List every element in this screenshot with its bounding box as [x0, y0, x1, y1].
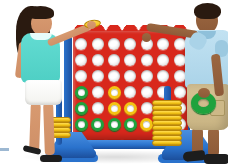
- empty-hole: [75, 38, 87, 50]
- empty-hole: [92, 102, 104, 114]
- girl-shorts: [25, 80, 62, 105]
- right-ring-stack: [152, 98, 182, 146]
- cell-r3c3[interactable]: [106, 68, 122, 84]
- green-disc: [75, 86, 88, 99]
- scene: [0, 0, 228, 168]
- cell-r4c3[interactable]: [106, 84, 122, 100]
- empty-hole: [124, 38, 136, 50]
- empty-hole: [174, 54, 186, 66]
- empty-hole: [108, 38, 120, 50]
- cell-r4c4[interactable]: [122, 84, 138, 100]
- yellow-disc: [124, 102, 137, 115]
- empty-hole: [174, 70, 186, 82]
- empty-hole: [141, 54, 153, 66]
- empty-hole: [124, 86, 136, 98]
- empty-hole: [157, 54, 169, 66]
- cell-r3c4[interactable]: [122, 68, 138, 84]
- girl-hand: [87, 21, 96, 29]
- girl-sandal: [40, 155, 62, 162]
- cell-r5c4[interactable]: [122, 100, 138, 116]
- empty-hole: [157, 70, 169, 82]
- empty-hole: [75, 70, 87, 82]
- girl-hair-top: [27, 6, 54, 19]
- cell-r6c2[interactable]: [89, 116, 105, 132]
- cell-r2c3[interactable]: [106, 52, 122, 68]
- cell-r3c6[interactable]: [155, 68, 171, 84]
- cell-r1c1[interactable]: [73, 36, 89, 52]
- cell-r6c4[interactable]: [122, 116, 138, 132]
- empty-hole: [124, 54, 136, 66]
- cell-r2c2[interactable]: [89, 52, 105, 68]
- cell-r1c4[interactable]: [122, 36, 138, 52]
- cell-r2c5[interactable]: [139, 52, 155, 68]
- empty-hole: [141, 70, 153, 82]
- yellow-spare-ring[interactable]: [152, 140, 182, 146]
- yellow-disc: [108, 86, 121, 99]
- cell-r5c3[interactable]: [106, 100, 122, 116]
- boy-hair: [194, 3, 221, 19]
- green-disc: [75, 102, 88, 115]
- empty-hole: [124, 70, 136, 82]
- photo-edge-artifact: [0, 148, 9, 151]
- cell-r5c1[interactable]: [73, 100, 89, 116]
- cell-r5c2[interactable]: [89, 100, 105, 116]
- empty-hole: [108, 70, 120, 82]
- cell-r4c2[interactable]: [89, 84, 105, 100]
- green-disc: [75, 118, 88, 131]
- empty-hole: [92, 86, 104, 98]
- empty-hole: [174, 38, 186, 50]
- cell-r2c4[interactable]: [122, 52, 138, 68]
- cell-r3c2[interactable]: [89, 68, 105, 84]
- boy-front-leg: [208, 128, 219, 156]
- cell-r3c5[interactable]: [139, 68, 155, 84]
- cell-r2c6[interactable]: [155, 52, 171, 68]
- cell-r1c2[interactable]: [89, 36, 105, 52]
- empty-hole: [141, 86, 153, 98]
- yellow-disc: [108, 102, 121, 115]
- cell-r1c3[interactable]: [106, 36, 122, 52]
- empty-hole: [92, 70, 104, 82]
- boy-hand-holding-ring: [198, 88, 210, 98]
- empty-hole: [108, 54, 120, 66]
- empty-hole: [75, 54, 87, 66]
- green-disc: [108, 118, 121, 131]
- cell-r3c1[interactable]: [73, 68, 89, 84]
- cell-r6c3[interactable]: [106, 116, 122, 132]
- cell-r6c1[interactable]: [73, 116, 89, 132]
- cell-r1c6[interactable]: [155, 36, 171, 52]
- empty-hole: [92, 54, 104, 66]
- boy-shoe: [204, 154, 228, 164]
- cell-r2c1[interactable]: [73, 52, 89, 68]
- green-disc: [124, 118, 137, 131]
- empty-hole: [92, 38, 104, 50]
- green-disc: [91, 118, 104, 131]
- cell-r4c1[interactable]: [73, 84, 89, 100]
- girl-front-leg: [43, 103, 55, 155]
- boy-hand: [142, 33, 151, 42]
- girl-back-leg: [29, 103, 41, 151]
- empty-hole: [174, 86, 186, 98]
- empty-hole: [157, 38, 169, 50]
